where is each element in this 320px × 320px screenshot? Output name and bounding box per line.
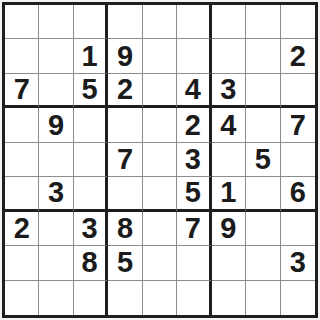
cell-r1c9-empty[interactable] (281, 5, 315, 39)
cell-r3c7-given[interactable]: 3 (212, 74, 246, 108)
cell-r3c1-given[interactable]: 7 (5, 74, 39, 108)
cell-r4c8-empty[interactable] (246, 108, 280, 142)
cell-r5c4-given[interactable]: 7 (108, 143, 142, 177)
cell-r3c6-given[interactable]: 4 (177, 74, 211, 108)
cell-r7c3-given[interactable]: 3 (74, 212, 108, 246)
sudoku-page: 192752439247735351623879853 (0, 0, 320, 320)
cell-r3c5-empty[interactable] (143, 74, 177, 108)
cell-r2c5-empty[interactable] (143, 39, 177, 73)
cell-r7c9-empty[interactable] (281, 212, 315, 246)
cell-r2c8-empty[interactable] (246, 39, 280, 73)
cell-r4c7-given[interactable]: 4 (212, 108, 246, 142)
cell-r1c3-empty[interactable] (74, 5, 108, 39)
cell-r7c6-given[interactable]: 7 (177, 212, 211, 246)
cell-r8c4-given[interactable]: 5 (108, 246, 142, 280)
cell-r2c4-given[interactable]: 9 (108, 39, 142, 73)
cell-r5c1-empty[interactable] (5, 143, 39, 177)
cell-r5c7-empty[interactable] (212, 143, 246, 177)
cell-r4c9-given[interactable]: 7 (281, 108, 315, 142)
cell-r2c6-empty[interactable] (177, 39, 211, 73)
cell-r3c4-given[interactable]: 2 (108, 74, 142, 108)
cell-r7c5-empty[interactable] (143, 212, 177, 246)
cell-r9c8-empty[interactable] (246, 281, 280, 315)
cell-r3c8-empty[interactable] (246, 74, 280, 108)
cell-r5c6-given[interactable]: 3 (177, 143, 211, 177)
cell-r9c6-empty[interactable] (177, 281, 211, 315)
cell-r8c7-empty[interactable] (212, 246, 246, 280)
cell-r8c8-empty[interactable] (246, 246, 280, 280)
cell-r6c1-empty[interactable] (5, 177, 39, 211)
sudoku-board: 192752439247735351623879853 (2, 2, 318, 318)
cell-r1c4-empty[interactable] (108, 5, 142, 39)
cell-r5c2-empty[interactable] (39, 143, 73, 177)
cell-r4c5-empty[interactable] (143, 108, 177, 142)
cell-r1c2-empty[interactable] (39, 5, 73, 39)
cell-r8c5-empty[interactable] (143, 246, 177, 280)
cell-r4c6-given[interactable]: 2 (177, 108, 211, 142)
cell-r9c7-empty[interactable] (212, 281, 246, 315)
cell-r1c1-empty[interactable] (5, 5, 39, 39)
cell-r6c2-given[interactable]: 3 (39, 177, 73, 211)
cell-r4c3-empty[interactable] (74, 108, 108, 142)
cell-r1c7-empty[interactable] (212, 5, 246, 39)
cell-r9c4-empty[interactable] (108, 281, 142, 315)
cell-r5c9-empty[interactable] (281, 143, 315, 177)
cell-r3c3-given[interactable]: 5 (74, 74, 108, 108)
cell-r5c8-given[interactable]: 5 (246, 143, 280, 177)
cell-r1c5-empty[interactable] (143, 5, 177, 39)
cell-r6c9-given[interactable]: 6 (281, 177, 315, 211)
cell-r9c9-empty[interactable] (281, 281, 315, 315)
cell-r9c3-empty[interactable] (74, 281, 108, 315)
cell-r6c7-given[interactable]: 1 (212, 177, 246, 211)
cell-r8c2-empty[interactable] (39, 246, 73, 280)
cell-r2c7-empty[interactable] (212, 39, 246, 73)
cell-r9c1-empty[interactable] (5, 281, 39, 315)
cell-r1c8-empty[interactable] (246, 5, 280, 39)
cell-r7c7-given[interactable]: 9 (212, 212, 246, 246)
cell-r6c8-empty[interactable] (246, 177, 280, 211)
cell-r7c8-empty[interactable] (246, 212, 280, 246)
cell-r7c1-given[interactable]: 2 (5, 212, 39, 246)
cell-r2c1-empty[interactable] (5, 39, 39, 73)
cell-r4c2-given[interactable]: 9 (39, 108, 73, 142)
cell-r2c2-empty[interactable] (39, 39, 73, 73)
cell-r6c5-empty[interactable] (143, 177, 177, 211)
cell-r4c1-empty[interactable] (5, 108, 39, 142)
cell-r8c1-empty[interactable] (5, 246, 39, 280)
cell-r6c6-given[interactable]: 5 (177, 177, 211, 211)
cell-r6c3-empty[interactable] (74, 177, 108, 211)
cell-r6c4-empty[interactable] (108, 177, 142, 211)
cell-r4c4-empty[interactable] (108, 108, 142, 142)
cell-r7c2-empty[interactable] (39, 212, 73, 246)
cell-r3c2-empty[interactable] (39, 74, 73, 108)
cell-r5c5-empty[interactable] (143, 143, 177, 177)
cell-r7c4-given[interactable]: 8 (108, 212, 142, 246)
cell-r8c6-empty[interactable] (177, 246, 211, 280)
cell-r8c3-given[interactable]: 8 (74, 246, 108, 280)
cell-r2c9-given[interactable]: 2 (281, 39, 315, 73)
cell-r9c5-empty[interactable] (143, 281, 177, 315)
cell-r2c3-given[interactable]: 1 (74, 39, 108, 73)
cell-r5c3-empty[interactable] (74, 143, 108, 177)
cell-r1c6-empty[interactable] (177, 5, 211, 39)
cell-r3c9-empty[interactable] (281, 74, 315, 108)
cell-r9c2-empty[interactable] (39, 281, 73, 315)
cell-r8c9-given[interactable]: 3 (281, 246, 315, 280)
